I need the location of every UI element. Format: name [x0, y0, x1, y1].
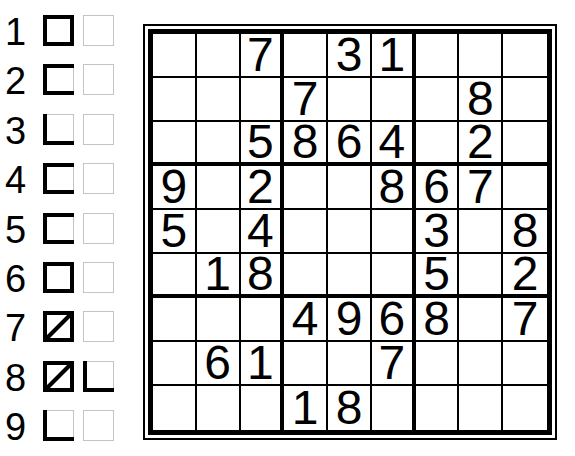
sudoku-app: 123456789 731785864292867543818524968761… — [0, 0, 575, 456]
grid-cell-r6c6[interactable] — [372, 254, 416, 298]
tally-stroke-right — [70, 15, 74, 46]
grid-cell-r2c5[interactable] — [328, 78, 372, 122]
tally-box-outline — [83, 213, 114, 244]
grid-cell-r7c9[interactable]: 7 — [503, 298, 547, 342]
grid-cell-r1c3[interactable]: 7 — [241, 34, 285, 78]
grid-cell-r5c8[interactable] — [459, 210, 503, 254]
grid-cell-r9c5[interactable]: 8 — [328, 386, 372, 430]
tally-row-3: 3 — [0, 114, 135, 145]
grid-cell-r3c7[interactable] — [416, 122, 460, 166]
tally-box — [43, 64, 74, 95]
grid-cell-r4c1[interactable]: 9 — [153, 166, 197, 210]
tally-box — [83, 262, 114, 293]
tally-box — [43, 410, 74, 441]
grid-cell-r6c8[interactable] — [459, 254, 503, 298]
tally-box — [43, 262, 74, 293]
grid-cell-r9c4[interactable]: 1 — [284, 386, 328, 430]
tally-stroke-bottom — [43, 141, 74, 145]
grid-cell-r3c6[interactable]: 4 — [372, 122, 416, 166]
tally-stroke-bottom — [43, 240, 74, 244]
grid-cell-r2c7[interactable] — [416, 78, 460, 122]
tally-stroke-top — [43, 213, 74, 217]
grid-cell-r5c5[interactable] — [328, 210, 372, 254]
grid-cell-r4c3[interactable]: 2 — [241, 166, 285, 210]
tally-box — [43, 361, 74, 392]
tally-row-5: 5 — [0, 213, 135, 244]
grid-cell-r9c8[interactable] — [459, 386, 503, 430]
tally-stroke-diagonal — [43, 311, 74, 342]
grid-cell-r8c4[interactable] — [284, 342, 328, 386]
grid-cell-r3c5[interactable]: 6 — [328, 122, 372, 166]
tally-row-8: 8 — [0, 361, 135, 392]
tally-stroke-right — [70, 262, 74, 293]
grid-cell-r2c6[interactable] — [372, 78, 416, 122]
grid-cell-r6c1[interactable] — [153, 254, 197, 298]
grid-cell-r4c4[interactable] — [284, 166, 328, 210]
grid-cell-r6c4[interactable] — [284, 254, 328, 298]
tally-digit-label: 1 — [5, 17, 26, 48]
grid-cell-r8c2[interactable]: 6 — [197, 342, 241, 386]
digit-tally-panel: 123456789 — [0, 0, 140, 456]
grid-cell-r7c4[interactable]: 4 — [284, 298, 328, 342]
tally-stroke-bottom — [83, 388, 114, 392]
grid-cell-r9c7[interactable] — [416, 386, 460, 430]
tally-box-outline — [83, 311, 114, 342]
grid-cell-r2c1[interactable] — [153, 78, 197, 122]
grid-cell-r3c8[interactable]: 2 — [459, 122, 503, 166]
grid-cell-r1c4[interactable] — [284, 34, 328, 78]
grid-cell-r5c3[interactable]: 4 — [241, 210, 285, 254]
tally-digit-label: 9 — [5, 412, 26, 443]
tally-stroke-bottom — [43, 190, 74, 194]
grid-cell-r2c8[interactable]: 8 — [459, 78, 503, 122]
tally-stroke-bottom — [43, 91, 74, 95]
grid-cell-r4c5[interactable] — [328, 166, 372, 210]
grid-cell-r7c5[interactable]: 9 — [328, 298, 372, 342]
grid-cell-r4c6[interactable]: 8 — [372, 166, 416, 210]
grid-cell-r1c8[interactable] — [459, 34, 503, 78]
tally-stroke-bottom — [43, 437, 74, 441]
grid-cell-r2c9[interactable] — [503, 78, 547, 122]
grid-cell-r1c6[interactable]: 1 — [372, 34, 416, 78]
grid-cell-r4c9[interactable] — [503, 166, 547, 210]
grid-cell-r7c8[interactable] — [459, 298, 503, 342]
grid-cell-r8c1[interactable] — [153, 342, 197, 386]
tally-box — [83, 64, 114, 95]
tally-digit-label: 7 — [5, 313, 26, 344]
grid-cell-r8c3[interactable]: 1 — [241, 342, 285, 386]
sudoku-board: 731785864292867543818524968761718 — [148, 29, 552, 435]
grid-cell-r6c5[interactable] — [328, 254, 372, 298]
tally-box — [83, 311, 114, 342]
grid-cell-r1c5[interactable]: 3 — [328, 34, 372, 78]
grid-cell-r8c9[interactable] — [503, 342, 547, 386]
tally-box-outline — [83, 114, 114, 145]
grid-cell-r8c6[interactable]: 7 — [372, 342, 416, 386]
grid-cell-r4c7[interactable]: 6 — [416, 166, 460, 210]
grid-cell-r9c6[interactable] — [372, 386, 416, 430]
grid-cell-r2c2[interactable] — [197, 78, 241, 122]
tally-box-outline — [83, 410, 114, 441]
tally-box — [83, 410, 114, 441]
grid-cell-r3c2[interactable] — [197, 122, 241, 166]
tally-digit-label: 2 — [5, 66, 26, 97]
tally-box-outline — [83, 15, 114, 46]
tally-box-outline — [83, 64, 114, 95]
grid-cell-r5c2[interactable] — [197, 210, 241, 254]
grid-cell-r8c5[interactable] — [328, 342, 372, 386]
tally-row-4: 4 — [0, 163, 135, 194]
tally-box — [83, 213, 114, 244]
grid-cell-r5c7[interactable]: 3 — [416, 210, 460, 254]
grid-cell-r5c4[interactable] — [284, 210, 328, 254]
grid-cell-r5c6[interactable] — [372, 210, 416, 254]
tally-box — [83, 114, 114, 145]
grid-cell-r7c3[interactable] — [241, 298, 285, 342]
grid-cell-r7c2[interactable] — [197, 298, 241, 342]
tally-box — [43, 15, 74, 46]
grid-cell-r1c2[interactable] — [197, 34, 241, 78]
grid-cell-r5c9[interactable]: 8 — [503, 210, 547, 254]
grid-cell-r6c2[interactable]: 1 — [197, 254, 241, 298]
grid-cell-r7c1[interactable] — [153, 298, 197, 342]
tally-digit-label: 5 — [5, 215, 26, 246]
tally-box — [83, 15, 114, 46]
sudoku-board-frame: 731785864292867543818524968761718 — [143, 24, 557, 440]
tally-row-1: 1 — [0, 15, 135, 46]
grid-cell-r9c1[interactable] — [153, 386, 197, 430]
grid-cell-r1c9[interactable] — [503, 34, 547, 78]
grid-cell-r6c3[interactable]: 8 — [241, 254, 285, 298]
tally-digit-label: 4 — [5, 165, 26, 196]
grid-cell-r4c8[interactable]: 7 — [459, 166, 503, 210]
grid-cell-r3c1[interactable] — [153, 122, 197, 166]
grid-cell-r3c4[interactable]: 8 — [284, 122, 328, 166]
grid-cell-r8c7[interactable] — [416, 342, 460, 386]
grid-cell-r7c6[interactable]: 6 — [372, 298, 416, 342]
tally-box — [43, 114, 74, 145]
tally-row-9: 9 — [0, 410, 135, 441]
tally-box — [83, 361, 114, 392]
tally-box — [43, 163, 74, 194]
tally-stroke-top — [43, 64, 74, 68]
tally-stroke-top — [43, 163, 74, 167]
tally-box — [43, 213, 74, 244]
grid-cell-r9c9[interactable] — [503, 386, 547, 430]
grid-cell-r1c1[interactable] — [153, 34, 197, 78]
grid-cell-r2c3[interactable] — [241, 78, 285, 122]
tally-digit-label: 3 — [5, 116, 26, 147]
grid-cell-r6c7[interactable]: 5 — [416, 254, 460, 298]
tally-box-outline — [83, 262, 114, 293]
tally-box — [83, 163, 114, 194]
tally-row-2: 2 — [0, 64, 135, 95]
grid-cell-r1c7[interactable] — [416, 34, 460, 78]
tally-row-7: 7 — [0, 311, 135, 342]
grid-cell-r9c2[interactable] — [197, 386, 241, 430]
grid-cell-r4c2[interactable] — [197, 166, 241, 210]
tally-box — [43, 311, 74, 342]
tally-digit-label: 6 — [5, 264, 26, 295]
tally-box-outline — [83, 163, 114, 194]
grid-cell-r3c3[interactable]: 5 — [241, 122, 285, 166]
grid-cell-r8c8[interactable] — [459, 342, 503, 386]
tally-stroke-diagonal — [43, 361, 74, 392]
grid-cell-r6c9[interactable]: 2 — [503, 254, 547, 298]
grid-cell-r3c9[interactable] — [503, 122, 547, 166]
grid-cell-r7c7[interactable]: 8 — [416, 298, 460, 342]
tally-row-6: 6 — [0, 262, 135, 293]
grid-cell-r2c4[interactable]: 7 — [284, 78, 328, 122]
grid-cell-r5c1[interactable]: 5 — [153, 210, 197, 254]
tally-digit-label: 8 — [5, 363, 26, 394]
grid-cell-r9c3[interactable] — [241, 386, 285, 430]
